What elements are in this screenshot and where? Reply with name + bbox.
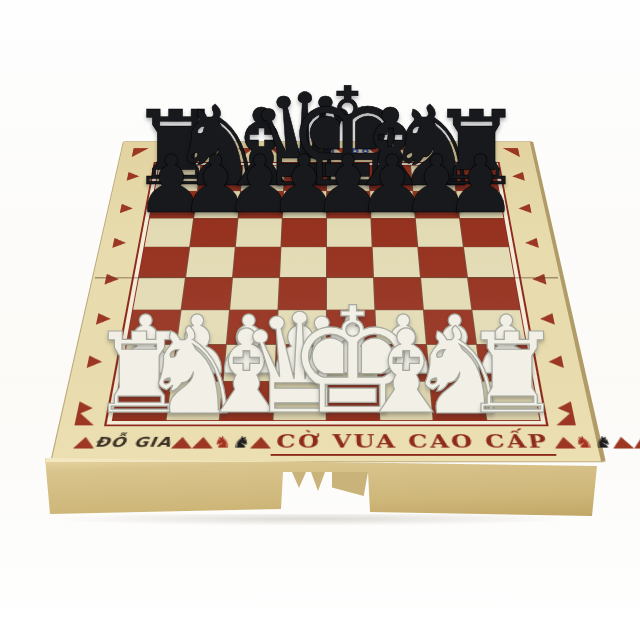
pieces-layer: ♜♞♝♛♚♝♞♜♟♟♟♟♟♟♟♟♟♟♟♟♟♟♟♟♜♞♝♛♚♝♞♜ — [0, 0, 640, 640]
piece-white-rook-h1[interactable]: ♜ — [435, 319, 590, 430]
piece-black-pawn-h7[interactable]: ♟ — [425, 145, 537, 225]
chess-set-photo: IIIM88 ĐỖ GIA ♞♞ CỜ VUA CAO CẤP ♞♞ ♜♞♝♛♚… — [0, 0, 640, 640]
